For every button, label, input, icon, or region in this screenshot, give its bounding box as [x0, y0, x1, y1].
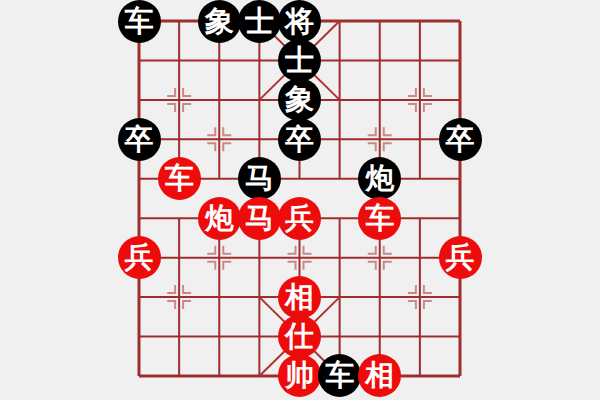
piece-red-horse[interactable]: 马: [238, 197, 281, 240]
piece-red-chariot[interactable]: 车: [358, 197, 401, 240]
piece-red-general[interactable]: 帅: [278, 354, 321, 397]
xiangqi-board: 车象士将士象卒卒卒车马炮炮马兵车兵兵相仕帅车相: [139, 21, 460, 376]
piece-black-horse[interactable]: 马: [238, 157, 281, 200]
piece-black-chariot[interactable]: 车: [318, 354, 361, 397]
piece-red-soldier[interactable]: 兵: [118, 236, 161, 279]
piece-black-chariot[interactable]: 车: [118, 0, 161, 43]
piece-black-cannon[interactable]: 炮: [358, 157, 401, 200]
piece-black-soldier[interactable]: 卒: [439, 118, 482, 161]
piece-black-advisor[interactable]: 士: [278, 39, 321, 82]
piece-red-soldier[interactable]: 兵: [439, 236, 482, 279]
piece-layer: 车象士将士象卒卒卒车马炮炮马兵车兵兵相仕帅车相: [119, 1, 480, 395]
piece-black-elephant[interactable]: 象: [278, 78, 321, 121]
piece-black-general[interactable]: 将: [278, 0, 321, 43]
piece-black-soldier[interactable]: 卒: [278, 118, 321, 161]
piece-red-soldier[interactable]: 兵: [278, 197, 321, 240]
piece-black-soldier[interactable]: 卒: [118, 118, 161, 161]
piece-red-elephant[interactable]: 相: [278, 276, 321, 319]
piece-black-elephant[interactable]: 象: [198, 0, 241, 43]
xiangqi-diagram: 车象士将士象卒卒卒车马炮炮马兵车兵兵相仕帅车相: [0, 0, 600, 400]
piece-red-chariot[interactable]: 车: [158, 157, 201, 200]
piece-red-cannon[interactable]: 炮: [198, 197, 241, 240]
piece-red-advisor[interactable]: 仕: [278, 315, 321, 358]
piece-black-advisor[interactable]: 士: [238, 0, 281, 43]
piece-red-elephant[interactable]: 相: [358, 354, 401, 397]
